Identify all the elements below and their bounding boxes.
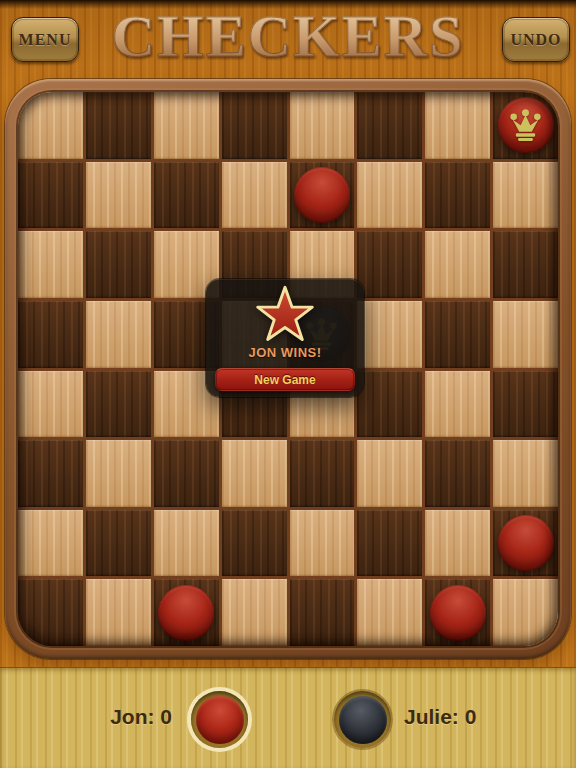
square-r4c6 [425,371,490,438]
square-r7c6[interactable] [425,579,490,646]
square-r2c5[interactable] [357,231,422,298]
square-r0c3[interactable] [222,92,287,159]
square-r3c5 [357,301,422,368]
star-icon [255,285,315,343]
square-r5c6[interactable] [425,440,490,507]
square-r0c4 [290,92,355,159]
red-king-piece[interactable] [498,97,554,153]
square-r4c7[interactable] [493,371,558,438]
square-r1c0[interactable] [18,162,83,229]
winner-message: JON WINS! [248,345,321,360]
square-r7c4[interactable] [290,579,355,646]
square-r2c7[interactable] [493,231,558,298]
black-checker-icon [334,691,391,748]
square-r7c3 [222,579,287,646]
red-checker-piece[interactable] [158,585,214,641]
red-checker-icon [191,691,248,748]
square-r6c7[interactable] [493,510,558,577]
square-r5c0[interactable] [18,440,83,507]
red-piece-indicator [196,696,244,744]
app-header: MENU CHECKERS UNDO [0,0,576,70]
square-r1c1 [86,162,151,229]
square-r0c1[interactable] [86,92,151,159]
square-r1c7 [493,162,558,229]
square-r4c0 [18,371,83,438]
square-r0c2 [154,92,219,159]
square-r3c1 [86,301,151,368]
square-r5c2[interactable] [154,440,219,507]
square-r6c1[interactable] [86,510,151,577]
square-r6c0 [18,510,83,577]
square-r5c4[interactable] [290,440,355,507]
square-r7c1 [86,579,151,646]
square-r1c5 [357,162,422,229]
checkers-app: MENU CHECKERS UNDO JON WINS! New Game Jo… [0,0,576,768]
square-r4c1[interactable] [86,371,151,438]
undo-button[interactable]: UNDO [502,17,570,62]
game-over-dialog: JON WINS! New Game [206,279,364,397]
square-r5c7 [493,440,558,507]
square-r2c6 [425,231,490,298]
square-r3c7 [493,301,558,368]
square-r0c7[interactable] [493,92,558,159]
app-title: CHECKERS [0,1,576,71]
square-r6c4 [290,510,355,577]
square-r2c1[interactable] [86,231,151,298]
player1-score-label: Jon: 0 [100,705,172,729]
square-r7c7 [493,579,558,646]
square-r0c5[interactable] [357,92,422,159]
square-r4c5[interactable] [357,371,422,438]
square-r0c6 [425,92,490,159]
player2-score-label: Julie: 0 [404,705,514,729]
square-r2c0 [18,231,83,298]
square-r3c0[interactable] [18,301,83,368]
square-r1c3 [222,162,287,229]
square-r7c2[interactable] [154,579,219,646]
square-r5c1 [86,440,151,507]
red-checker-piece[interactable] [498,515,554,571]
new-game-button[interactable]: New Game [215,368,355,391]
square-r0c0 [18,92,83,159]
square-r6c6 [425,510,490,577]
square-r6c2 [154,510,219,577]
square-r1c6[interactable] [425,162,490,229]
red-checker-piece[interactable] [294,167,350,223]
square-r1c2[interactable] [154,162,219,229]
square-r3c6[interactable] [425,301,490,368]
square-r1c4[interactable] [290,162,355,229]
square-r6c3[interactable] [222,510,287,577]
red-checker-piece[interactable] [430,585,486,641]
square-r7c0[interactable] [18,579,83,646]
black-piece-indicator [339,696,387,744]
square-r5c5 [357,440,422,507]
square-r6c5[interactable] [357,510,422,577]
square-r5c3 [222,440,287,507]
square-r7c5 [357,579,422,646]
